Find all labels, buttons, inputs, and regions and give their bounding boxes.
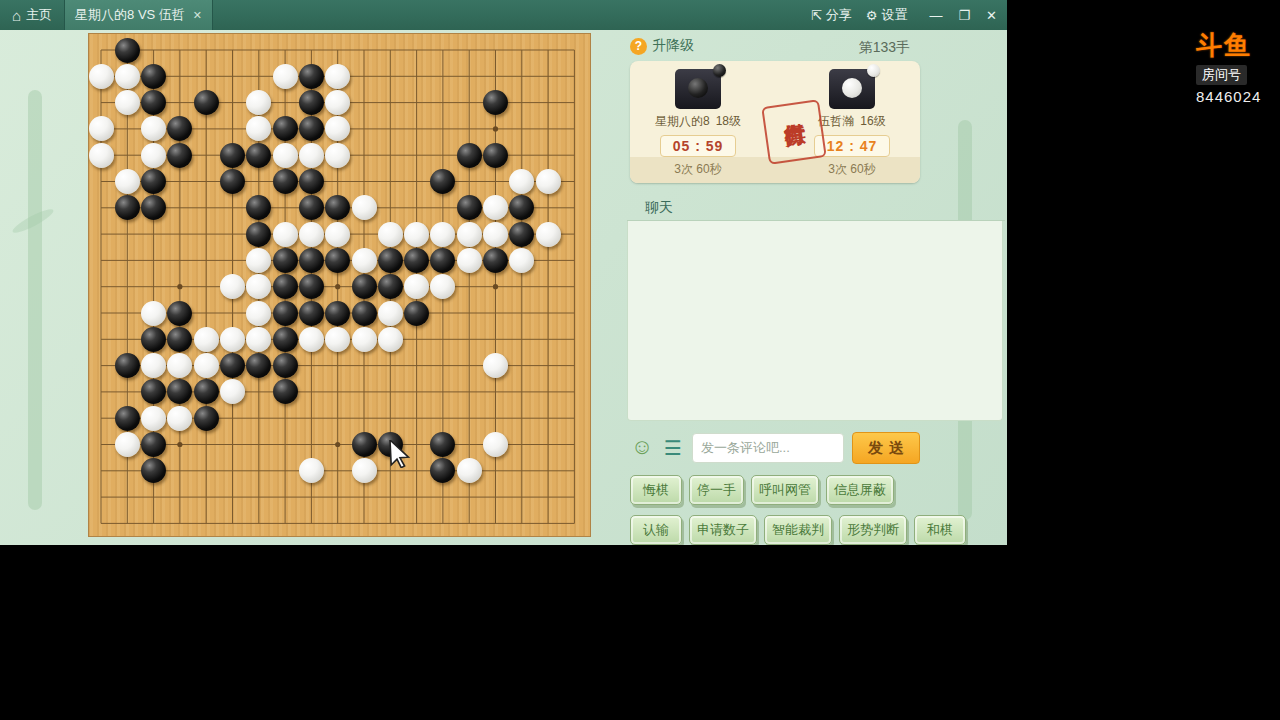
game-side-panel: ? 升降级 第133手 星期八的818级 05 : 59 bbox=[627, 33, 1005, 545]
tab-close-icon[interactable]: ✕ bbox=[193, 9, 202, 22]
white-stone bbox=[457, 458, 482, 483]
black-stone bbox=[115, 195, 140, 220]
white-stone bbox=[325, 327, 350, 352]
action-buttons-row1: 悔棋停一手呼叫网管信息屏蔽 bbox=[630, 475, 894, 505]
white-stone bbox=[115, 432, 140, 457]
room-number-label: 房间号 bbox=[1196, 65, 1247, 85]
black-stone bbox=[378, 248, 403, 273]
black-stone bbox=[352, 432, 377, 457]
white-stone bbox=[378, 301, 403, 326]
white-stone bbox=[220, 327, 245, 352]
player-white-avatar bbox=[829, 69, 875, 109]
black-stone bbox=[220, 143, 245, 168]
black-stone bbox=[378, 274, 403, 299]
white-stone bbox=[483, 353, 508, 378]
action-button-和棋[interactable]: 和棋 bbox=[914, 515, 966, 545]
black-stone bbox=[325, 301, 350, 326]
white-stone bbox=[115, 169, 140, 194]
white-stone bbox=[457, 248, 482, 273]
white-stone bbox=[536, 222, 561, 247]
go-board[interactable] bbox=[88, 33, 591, 537]
turn-indicator-text: 白方行棋 bbox=[778, 106, 810, 159]
black-stone bbox=[167, 143, 192, 168]
black-stone bbox=[299, 301, 324, 326]
black-color-badge bbox=[713, 64, 726, 77]
white-stone bbox=[325, 143, 350, 168]
white-color-badge bbox=[867, 64, 880, 77]
action-buttons-row2: 认输申请数子智能裁判形势判断和棋 bbox=[630, 515, 966, 545]
white-stone bbox=[378, 327, 403, 352]
title-bar: ⌂ 主页 星期八的8 VS 伍哲 ✕ ⇱ 分享 ⚙ 设置 — ❐ bbox=[0, 0, 1007, 30]
black-stone bbox=[141, 64, 166, 89]
white-stone bbox=[352, 195, 377, 220]
black-stone bbox=[404, 248, 429, 273]
white-stone bbox=[483, 222, 508, 247]
chat-input[interactable]: 发一条评论吧... bbox=[692, 433, 844, 463]
black-stone bbox=[115, 406, 140, 431]
send-button[interactable]: 发送 bbox=[852, 432, 920, 464]
black-stone bbox=[457, 195, 482, 220]
black-stone bbox=[273, 379, 298, 404]
maximize-button[interactable]: ❐ bbox=[958, 8, 970, 23]
white-stone bbox=[89, 64, 114, 89]
black-stone bbox=[273, 116, 298, 141]
black-stone bbox=[299, 64, 324, 89]
white-stone bbox=[273, 143, 298, 168]
game-tab[interactable]: 星期八的8 VS 伍哲 ✕ bbox=[64, 0, 213, 30]
action-button-悔棋[interactable]: 悔棋 bbox=[630, 475, 682, 505]
black-stone bbox=[141, 327, 166, 352]
black-stone bbox=[167, 301, 192, 326]
white-stone bbox=[246, 301, 271, 326]
white-stone bbox=[352, 248, 377, 273]
bamboo-decoration-left bbox=[28, 90, 42, 510]
action-button-智能裁判[interactable]: 智能裁判 bbox=[764, 515, 832, 545]
emoji-icon[interactable]: ☺ bbox=[630, 436, 654, 460]
white-stone bbox=[194, 353, 219, 378]
white-stone bbox=[483, 432, 508, 457]
gear-icon: ⚙ bbox=[866, 8, 878, 23]
quick-phrase-icon[interactable]: ☰ bbox=[664, 436, 682, 460]
white-stone bbox=[141, 406, 166, 431]
black-stone bbox=[299, 248, 324, 273]
black-stone bbox=[483, 248, 508, 273]
black-stone bbox=[194, 406, 219, 431]
black-stone bbox=[220, 353, 245, 378]
white-stone bbox=[89, 116, 114, 141]
white-stone bbox=[352, 327, 377, 352]
white-stone bbox=[89, 143, 114, 168]
black-stone bbox=[299, 169, 324, 194]
black-stone bbox=[246, 143, 271, 168]
minimize-button[interactable]: — bbox=[929, 8, 942, 23]
black-stone bbox=[115, 38, 140, 63]
white-stone bbox=[141, 143, 166, 168]
black-stone bbox=[141, 169, 166, 194]
turn-indicator-seal: 白方行棋 bbox=[761, 99, 827, 165]
white-stone bbox=[352, 458, 377, 483]
black-stone bbox=[273, 327, 298, 352]
black-stone bbox=[299, 90, 324, 115]
player-white-periods: 3次 60秒 bbox=[792, 161, 912, 178]
black-stone bbox=[115, 353, 140, 378]
player-black-rank: 18级 bbox=[716, 114, 741, 128]
white-stone bbox=[299, 222, 324, 247]
douyu-logo: 斗鱼 bbox=[1196, 28, 1276, 63]
action-button-信息屏蔽[interactable]: 信息屏蔽 bbox=[826, 475, 894, 505]
action-button-形势判断[interactable]: 形势判断 bbox=[839, 515, 907, 545]
black-stone bbox=[457, 143, 482, 168]
white-stone bbox=[325, 222, 350, 247]
share-button[interactable]: ⇱ 分享 bbox=[811, 6, 852, 24]
action-button-申请数子[interactable]: 申请数子 bbox=[689, 515, 757, 545]
mouse-cursor bbox=[388, 440, 414, 468]
white-stone bbox=[325, 64, 350, 89]
white-stone bbox=[167, 406, 192, 431]
action-button-停一手[interactable]: 停一手 bbox=[689, 475, 744, 505]
white-stone bbox=[273, 64, 298, 89]
white-stone bbox=[141, 301, 166, 326]
help-icon[interactable]: ? bbox=[630, 38, 647, 55]
white-stone-icon bbox=[842, 78, 862, 98]
white-stone bbox=[378, 222, 403, 247]
letterbox-bottom bbox=[0, 545, 1007, 720]
chat-input-row: ☺ ☰ 发一条评论吧... 发送 bbox=[630, 431, 1006, 465]
black-stone bbox=[325, 248, 350, 273]
player-white-rank: 16级 bbox=[860, 114, 885, 128]
white-stone bbox=[457, 222, 482, 247]
home-button[interactable]: ⌂ 主页 bbox=[0, 0, 64, 30]
black-stone bbox=[273, 301, 298, 326]
action-button-呼叫网管[interactable]: 呼叫网管 bbox=[751, 475, 819, 505]
app-window: ⌂ 主页 星期八的8 VS 伍哲 ✕ ⇱ 分享 ⚙ 设置 — ❐ bbox=[0, 0, 1007, 545]
white-stone bbox=[536, 169, 561, 194]
settings-label: 设置 bbox=[881, 6, 907, 24]
white-stone bbox=[194, 327, 219, 352]
black-stone bbox=[273, 353, 298, 378]
white-stone bbox=[299, 327, 324, 352]
share-icon: ⇱ bbox=[811, 8, 822, 23]
black-stone bbox=[352, 274, 377, 299]
black-stone-icon bbox=[688, 78, 708, 98]
stage: ⌂ 主页 星期八的8 VS 伍哲 ✕ ⇱ 分享 ⚙ 设置 — ❐ bbox=[0, 0, 1280, 720]
white-stone bbox=[299, 143, 324, 168]
white-stone bbox=[115, 90, 140, 115]
player-black-avatar bbox=[675, 69, 721, 109]
douyu-watermark: 斗鱼 房间号 8446024 bbox=[1196, 28, 1276, 105]
black-stone bbox=[483, 90, 508, 115]
window-controls: — ❐ ✕ bbox=[929, 8, 997, 23]
share-label: 分享 bbox=[826, 6, 852, 24]
black-stone bbox=[220, 169, 245, 194]
home-icon: ⌂ bbox=[12, 7, 21, 24]
letterbox-right bbox=[1007, 0, 1280, 720]
player-black-clock: 05 : 59 bbox=[660, 135, 737, 157]
black-stone bbox=[246, 222, 271, 247]
black-stone bbox=[299, 274, 324, 299]
black-stone bbox=[273, 248, 298, 273]
player-black-name: 星期八的818级 bbox=[638, 113, 758, 130]
game-tab-title: 星期八的8 VS 伍哲 bbox=[75, 6, 185, 24]
close-button[interactable]: ✕ bbox=[986, 8, 997, 23]
home-label: 主页 bbox=[26, 6, 52, 24]
player-black-periods: 3次 60秒 bbox=[638, 161, 758, 178]
move-counter: 第133手 bbox=[859, 39, 910, 57]
white-stone bbox=[404, 222, 429, 247]
mode-label: 升降级 bbox=[652, 37, 694, 55]
room-number-value: 8446024 bbox=[1196, 88, 1276, 105]
players-card: 星期八的818级 05 : 59 伍哲瀚16级 12 : 47 3次 60秒 3… bbox=[630, 61, 920, 183]
black-stone bbox=[194, 90, 219, 115]
settings-button[interactable]: ⚙ 设置 bbox=[866, 6, 908, 24]
black-stone bbox=[352, 301, 377, 326]
chat-message-area[interactable] bbox=[627, 221, 1003, 421]
black-stone bbox=[273, 169, 298, 194]
white-stone bbox=[115, 64, 140, 89]
white-stone bbox=[246, 327, 271, 352]
black-stone bbox=[509, 222, 534, 247]
black-stone bbox=[273, 274, 298, 299]
black-stone bbox=[483, 143, 508, 168]
black-stone bbox=[404, 301, 429, 326]
black-stone bbox=[141, 432, 166, 457]
action-button-认输[interactable]: 认输 bbox=[630, 515, 682, 545]
titlebar-actions: ⇱ 分享 ⚙ 设置 — ❐ ✕ bbox=[811, 6, 1007, 24]
player-black: 星期八的818级 05 : 59 bbox=[638, 69, 758, 157]
white-stone bbox=[430, 222, 455, 247]
white-stone bbox=[273, 222, 298, 247]
black-stone bbox=[194, 379, 219, 404]
